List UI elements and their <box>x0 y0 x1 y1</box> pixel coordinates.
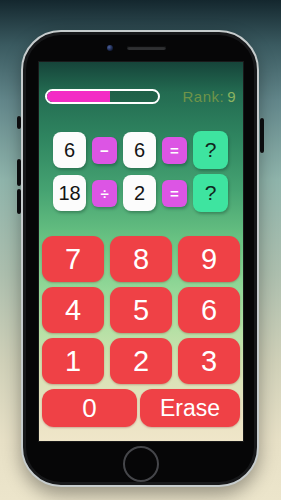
rank-label: Rank:9 <box>182 88 236 105</box>
rank-text: Rank: <box>182 88 224 105</box>
key-3[interactable]: 3 <box>178 338 240 384</box>
key-4[interactable]: 4 <box>42 287 104 333</box>
key-5[interactable]: 5 <box>110 287 172 333</box>
hud-bar: Rank:9 <box>45 87 236 105</box>
volume-down-button[interactable] <box>17 189 21 214</box>
equation1-equals-sign: = <box>162 137 187 164</box>
volume-up-button[interactable] <box>17 159 21 186</box>
page-background: Rank:9 6 − 6 = ? 18 ÷ 2 = ? <box>0 0 281 500</box>
equations-panel: 6 − 6 = ? 18 ÷ 2 = ? <box>39 131 243 212</box>
key-2[interactable]: 2 <box>110 338 172 384</box>
key-7[interactable]: 7 <box>42 236 104 282</box>
key-8[interactable]: 8 <box>110 236 172 282</box>
rank-value: 9 <box>227 88 236 105</box>
mute-switch[interactable] <box>17 116 21 129</box>
keypad: 7 8 9 4 5 6 1 2 3 0 Erase <box>42 236 240 427</box>
equation1-operator-minus: − <box>92 137 117 164</box>
key-1[interactable]: 1 <box>42 338 104 384</box>
speaker-grill <box>127 46 166 50</box>
equation1-operand2: 6 <box>123 132 156 168</box>
progress-bar <box>45 89 160 104</box>
key-9[interactable]: 9 <box>178 236 240 282</box>
equation2-answer-slot: ? <box>193 174 228 212</box>
phone-frame: Rank:9 6 − 6 = ? 18 ÷ 2 = ? <box>21 30 259 487</box>
equation2-equals-sign: = <box>162 180 187 207</box>
keypad-bottom-row: 0 Erase <box>42 389 240 427</box>
equation1-answer-slot: ? <box>193 131 228 169</box>
equation-row-1: 6 − 6 = ? <box>53 131 243 169</box>
equation2-operand1: 18 <box>53 175 86 211</box>
home-button[interactable] <box>123 446 159 482</box>
app-screen: Rank:9 6 − 6 = ? 18 ÷ 2 = ? <box>39 62 243 441</box>
keypad-digit-grid: 7 8 9 4 5 6 1 2 3 <box>42 236 240 384</box>
equation1-operand1: 6 <box>53 132 86 168</box>
equation-row-2: 18 ÷ 2 = ? <box>53 174 243 212</box>
power-button[interactable] <box>260 118 264 153</box>
equation2-operator-divide: ÷ <box>92 180 117 207</box>
front-camera-icon <box>107 45 113 51</box>
key-0[interactable]: 0 <box>42 389 137 427</box>
progress-bar-fill <box>47 91 110 102</box>
key-6[interactable]: 6 <box>178 287 240 333</box>
erase-button[interactable]: Erase <box>140 389 240 427</box>
equation2-operand2: 2 <box>123 175 156 211</box>
